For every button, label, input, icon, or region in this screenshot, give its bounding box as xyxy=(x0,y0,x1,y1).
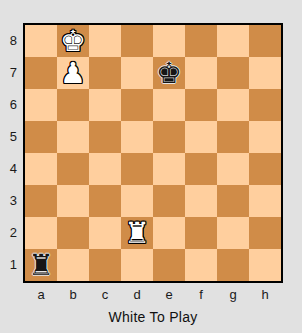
square-h4[interactable] xyxy=(249,153,281,185)
black-king-e7[interactable]: ♚ xyxy=(153,57,185,89)
square-h7[interactable] xyxy=(249,57,281,89)
square-d7[interactable] xyxy=(121,57,153,89)
square-g1[interactable] xyxy=(217,249,249,281)
square-a4[interactable] xyxy=(25,153,57,185)
rank-label-2: 2 xyxy=(0,217,17,249)
square-e1[interactable] xyxy=(153,249,185,281)
square-a2[interactable] xyxy=(25,217,57,249)
square-g4[interactable] xyxy=(217,153,249,185)
square-f8[interactable] xyxy=(185,25,217,57)
rank-label-7: 7 xyxy=(0,57,17,89)
rank-label-1: 1 xyxy=(0,249,17,281)
square-h1[interactable] xyxy=(249,249,281,281)
square-b7[interactable]: ♟ xyxy=(57,57,89,89)
square-b8[interactable]: ♚ xyxy=(57,25,89,57)
square-d5[interactable] xyxy=(121,121,153,153)
file-labels: abcdefgh xyxy=(25,287,281,302)
square-h8[interactable] xyxy=(249,25,281,57)
white-king-b8[interactable]: ♚ xyxy=(57,25,89,57)
square-d2[interactable]: ♜ xyxy=(121,217,153,249)
square-g6[interactable] xyxy=(217,89,249,121)
square-a6[interactable] xyxy=(25,89,57,121)
file-label-h: h xyxy=(249,287,281,302)
chess-board[interactable]: ♚♟♚♜♜ xyxy=(23,23,283,283)
white-rook-d2[interactable]: ♜ xyxy=(121,217,153,249)
file-label-a: a xyxy=(25,287,57,302)
square-h6[interactable] xyxy=(249,89,281,121)
square-f2[interactable] xyxy=(185,217,217,249)
square-f7[interactable] xyxy=(185,57,217,89)
square-e6[interactable] xyxy=(153,89,185,121)
square-g2[interactable] xyxy=(217,217,249,249)
square-d3[interactable] xyxy=(121,185,153,217)
file-label-f: f xyxy=(185,287,217,302)
rank-label-4: 4 xyxy=(0,153,17,185)
square-g3[interactable] xyxy=(217,185,249,217)
square-c6[interactable] xyxy=(89,89,121,121)
rank-label-8: 8 xyxy=(0,25,17,57)
file-label-d: d xyxy=(121,287,153,302)
square-b4[interactable] xyxy=(57,153,89,185)
file-label-g: g xyxy=(217,287,249,302)
black-rook-a1[interactable]: ♜ xyxy=(25,249,57,281)
file-label-e: e xyxy=(153,287,185,302)
square-h2[interactable] xyxy=(249,217,281,249)
caption: White To Play xyxy=(23,309,283,325)
square-d6[interactable] xyxy=(121,89,153,121)
square-g8[interactable] xyxy=(217,25,249,57)
square-a1[interactable]: ♜ xyxy=(25,249,57,281)
square-h3[interactable] xyxy=(249,185,281,217)
square-c4[interactable] xyxy=(89,153,121,185)
square-e3[interactable] xyxy=(153,185,185,217)
square-b6[interactable] xyxy=(57,89,89,121)
file-label-b: b xyxy=(57,287,89,302)
square-b3[interactable] xyxy=(57,185,89,217)
square-h5[interactable] xyxy=(249,121,281,153)
rank-label-5: 5 xyxy=(0,121,17,153)
square-b1[interactable] xyxy=(57,249,89,281)
square-e5[interactable] xyxy=(153,121,185,153)
rank-label-6: 6 xyxy=(0,89,17,121)
square-a3[interactable] xyxy=(25,185,57,217)
white-pawn-b7[interactable]: ♟ xyxy=(57,57,89,89)
square-e4[interactable] xyxy=(153,153,185,185)
square-a8[interactable] xyxy=(25,25,57,57)
square-g7[interactable] xyxy=(217,57,249,89)
square-c3[interactable] xyxy=(89,185,121,217)
chess-diagram: 87654321 ♚♟♚♜♜ abcdefgh White To Play xyxy=(0,0,302,333)
square-g5[interactable] xyxy=(217,121,249,153)
square-f4[interactable] xyxy=(185,153,217,185)
square-b5[interactable] xyxy=(57,121,89,153)
square-a7[interactable] xyxy=(25,57,57,89)
square-f6[interactable] xyxy=(185,89,217,121)
square-c7[interactable] xyxy=(89,57,121,89)
square-e7[interactable]: ♚ xyxy=(153,57,185,89)
file-label-c: c xyxy=(89,287,121,302)
square-c1[interactable] xyxy=(89,249,121,281)
square-b2[interactable] xyxy=(57,217,89,249)
square-f1[interactable] xyxy=(185,249,217,281)
rank-label-3: 3 xyxy=(0,185,17,217)
square-d8[interactable] xyxy=(121,25,153,57)
square-c8[interactable] xyxy=(89,25,121,57)
square-f3[interactable] xyxy=(185,185,217,217)
square-f5[interactable] xyxy=(185,121,217,153)
square-e8[interactable] xyxy=(153,25,185,57)
square-c5[interactable] xyxy=(89,121,121,153)
square-c2[interactable] xyxy=(89,217,121,249)
square-a5[interactable] xyxy=(25,121,57,153)
square-d4[interactable] xyxy=(121,153,153,185)
square-d1[interactable] xyxy=(121,249,153,281)
rank-labels: 87654321 xyxy=(0,25,17,281)
square-e2[interactable] xyxy=(153,217,185,249)
